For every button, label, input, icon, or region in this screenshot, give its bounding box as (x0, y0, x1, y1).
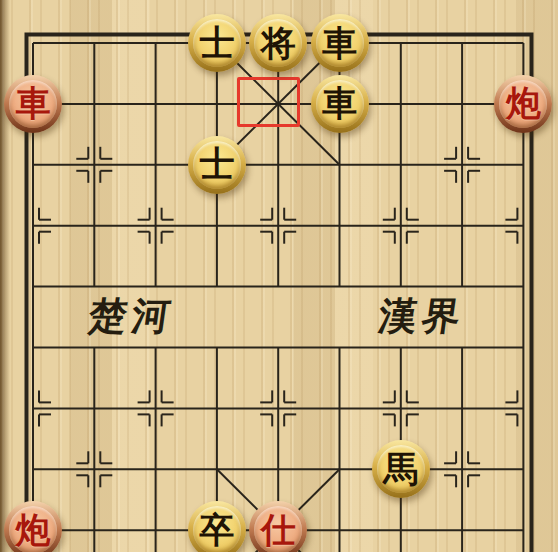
piece-glyph: 炮 (506, 86, 541, 121)
piece-glyph: 馬 (383, 452, 418, 487)
piece-glyph: 将 (261, 26, 296, 61)
piece-glyph: 車 (16, 86, 51, 121)
piece-black-soldier-1[interactable]: 卒 (188, 501, 246, 552)
piece-glyph: 車 (322, 86, 357, 121)
piece-black-advisor-1[interactable]: 士 (188, 14, 246, 72)
piece-glyph: 仕 (261, 513, 296, 548)
piece-glyph: 車 (322, 26, 357, 61)
piece-black-general[interactable]: 将 (249, 14, 307, 72)
piece-glyph: 卒 (199, 513, 234, 548)
piece-red-chariot-1[interactable]: 車 (4, 75, 62, 133)
piece-glyph: 炮 (16, 513, 51, 548)
river-label-left: 楚河 (81, 294, 183, 340)
piece-red-advisor-1[interactable]: 仕 (249, 501, 307, 552)
xiangqi-board: 楚河 漢界 士将車車車炮士馬炮卒仕 (0, 0, 558, 552)
last-move-marker (237, 77, 300, 127)
piece-black-chariot-1[interactable]: 車 (311, 14, 369, 72)
piece-black-horse-1[interactable]: 馬 (372, 440, 430, 498)
piece-red-cannon-1[interactable]: 炮 (494, 75, 552, 133)
piece-red-cannon-2[interactable]: 炮 (4, 501, 62, 552)
river-label-right: 漢界 (371, 294, 473, 340)
piece-glyph: 士 (199, 26, 234, 61)
piece-black-chariot-2[interactable]: 車 (311, 75, 369, 133)
piece-glyph: 士 (199, 147, 234, 182)
piece-black-advisor-2[interactable]: 士 (188, 136, 246, 194)
